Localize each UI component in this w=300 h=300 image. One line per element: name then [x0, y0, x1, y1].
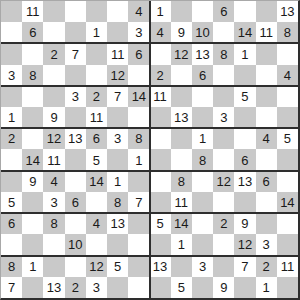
grid-cell-r13c8[interactable]: 13 [149, 256, 170, 277]
sudoku-board: 1141613613491014118271161213813812264327… [0, 0, 300, 300]
grid-cell-r10c6[interactable]: 8 [107, 192, 128, 213]
grid-cell-r13c6[interactable]: 5 [107, 256, 128, 277]
grid-cell-r11c1[interactable]: 6 [1, 213, 22, 234]
grid-cell-r10c12[interactable] [234, 192, 255, 213]
grid-cell-r10c5[interactable] [86, 192, 107, 213]
grid-cell-r4c8[interactable]: 2 [149, 65, 170, 86]
grid-cell-r2c13[interactable]: 11 [256, 22, 277, 43]
grid-cell-r14c4[interactable]: 2 [65, 277, 86, 298]
grid-cell-r2c6[interactable] [107, 22, 128, 43]
grid-cell-r12c2[interactable] [22, 234, 43, 255]
grid-cell-r1c14[interactable]: 13 [277, 1, 298, 22]
grid-cell-r14c2[interactable] [22, 277, 43, 298]
grid-cell-r2c5[interactable]: 1 [86, 22, 107, 43]
grid-cell-r7c13[interactable]: 4 [256, 128, 277, 149]
grid-cell-r12c7[interactable] [128, 234, 149, 255]
grid-cell-r7c11[interactable] [213, 128, 234, 149]
grid-cell-r2c10[interactable]: 10 [192, 22, 213, 43]
grid-cell-r8c8[interactable] [149, 149, 170, 170]
grid-cell-r11c9[interactable]: 14 [171, 213, 192, 234]
grid-cell-r2c4[interactable] [65, 22, 86, 43]
grid-cell-r10c3[interactable]: 3 [43, 192, 64, 213]
grid-cell-r6c14[interactable] [277, 107, 298, 128]
grid-cell-r6c9[interactable]: 13 [171, 107, 192, 128]
grid-cell-r12c4[interactable]: 10 [65, 234, 86, 255]
grid-cell-r6c6[interactable] [107, 107, 128, 128]
grid-cell-r14c10[interactable] [192, 277, 213, 298]
grid-cell-r14c11[interactable]: 9 [213, 277, 234, 298]
grid-cell-r6c4[interactable] [65, 107, 86, 128]
grid-cell-r10c1[interactable]: 5 [1, 192, 22, 213]
grid-cell-r6c2[interactable] [22, 107, 43, 128]
grid-cell-r3c13[interactable] [256, 43, 277, 64]
grid-cell-r6c7[interactable] [128, 107, 149, 128]
grid-cell-r5c7[interactable]: 14 [128, 86, 149, 107]
grid-cell-r3c12[interactable]: 1 [234, 43, 255, 64]
grid-cell-r4c14[interactable]: 4 [277, 65, 298, 86]
grid-cell-r3c10[interactable]: 13 [192, 43, 213, 64]
grid-cell-r8c10[interactable]: 8 [192, 149, 213, 170]
grid-cell-r1c7[interactable]: 4 [128, 1, 149, 22]
grid-cell-r4c7[interactable] [128, 65, 149, 86]
grid-cell-r5c11[interactable] [213, 86, 234, 107]
grid-cell-r6c8[interactable] [149, 107, 170, 128]
grid-cell-r4c5[interactable] [86, 65, 107, 86]
grid-cell-r5c6[interactable]: 7 [107, 86, 128, 107]
grid-cell-r9c14[interactable] [277, 171, 298, 192]
grid-cell-r12c14[interactable] [277, 234, 298, 255]
grid-cell-r9c13[interactable]: 6 [256, 171, 277, 192]
grid-cell-r9c9[interactable]: 8 [171, 171, 192, 192]
grid-cell-r4c13[interactable] [256, 65, 277, 86]
grid-cell-r5c14[interactable] [277, 86, 298, 107]
grid-cell-r5c13[interactable] [256, 86, 277, 107]
grid-cell-r9c7[interactable] [128, 171, 149, 192]
grid-cell-r1c9[interactable] [171, 1, 192, 22]
grid-cell-r11c4[interactable] [65, 213, 86, 234]
grid-cell-r4c1[interactable]: 3 [1, 65, 22, 86]
grid-cell-r2c14[interactable]: 8 [277, 22, 298, 43]
grid-cell-r6c10[interactable] [192, 107, 213, 128]
grid-cell-r8c11[interactable] [213, 149, 234, 170]
grid-cell-r10c11[interactable] [213, 192, 234, 213]
grid-cell-r11c13[interactable] [256, 213, 277, 234]
grid-cell-r5c12[interactable]: 5 [234, 86, 255, 107]
grid-cell-r13c7[interactable] [128, 256, 149, 277]
grid-cell-r11c2[interactable] [22, 213, 43, 234]
grid-cell-r3c4[interactable]: 7 [65, 43, 86, 64]
grid-cell-r14c14[interactable] [277, 277, 298, 298]
grid-cell-r3c9[interactable]: 12 [171, 43, 192, 64]
grid-cell-r5c5[interactable]: 2 [86, 86, 107, 107]
grid-cell-r7c1[interactable]: 2 [1, 128, 22, 149]
grid-cell-r12c5[interactable] [86, 234, 107, 255]
grid-cell-r7c6[interactable]: 3 [107, 128, 128, 149]
grid-cell-r11c10[interactable] [192, 213, 213, 234]
grid-cell-r13c5[interactable]: 12 [86, 256, 107, 277]
grid-cell-r7c8[interactable] [149, 128, 170, 149]
grid-cell-r1c1[interactable] [1, 1, 22, 22]
grid-cell-r6c13[interactable] [256, 107, 277, 128]
grid-cell-r13c1[interactable]: 8 [1, 256, 22, 277]
grid-cell-r7c14[interactable]: 5 [277, 128, 298, 149]
grid-cell-r3c14[interactable] [277, 43, 298, 64]
grid-cell-r7c2[interactable] [22, 128, 43, 149]
grid-cell-r2c3[interactable] [43, 22, 64, 43]
grid-cell-r2c2[interactable]: 6 [22, 22, 43, 43]
grid-cell-r9c11[interactable]: 12 [213, 171, 234, 192]
grid-cell-r2c9[interactable]: 9 [171, 22, 192, 43]
grid-cell-r9c5[interactable]: 14 [86, 171, 107, 192]
grid-cell-r5c3[interactable] [43, 86, 64, 107]
grid-cell-r4c9[interactable] [171, 65, 192, 86]
grid-cell-r9c6[interactable]: 1 [107, 171, 128, 192]
grid-cell-r1c11[interactable]: 6 [213, 1, 234, 22]
grid-cell-r8c12[interactable]: 6 [234, 149, 255, 170]
grid-cell-r8c14[interactable] [277, 149, 298, 170]
grid-cell-r14c1[interactable]: 7 [1, 277, 22, 298]
grid-cell-r14c7[interactable] [128, 277, 149, 298]
grid-cell-r2c1[interactable] [1, 22, 22, 43]
grid-cell-r13c14[interactable]: 11 [277, 256, 298, 277]
grid-cell-r4c10[interactable]: 6 [192, 65, 213, 86]
grid-cell-r12c13[interactable]: 3 [256, 234, 277, 255]
grid-cell-r2c7[interactable]: 3 [128, 22, 149, 43]
grid-cell-r14c8[interactable] [149, 277, 170, 298]
grid-cell-r3c11[interactable]: 8 [213, 43, 234, 64]
grid-cell-r7c9[interactable] [171, 128, 192, 149]
grid-cell-r3c1[interactable] [1, 43, 22, 64]
grid-cell-r6c5[interactable]: 11 [86, 107, 107, 128]
grid-cell-r8c4[interactable] [65, 149, 86, 170]
grid-cell-r10c7[interactable]: 7 [128, 192, 149, 213]
grid-cell-r3c3[interactable]: 2 [43, 43, 64, 64]
grid-cell-r9c2[interactable]: 9 [22, 171, 43, 192]
grid-cell-r4c2[interactable]: 8 [22, 65, 43, 86]
grid-cell-r12c9[interactable]: 1 [171, 234, 192, 255]
grid-cell-r10c14[interactable]: 14 [277, 192, 298, 213]
grid-cell-r4c12[interactable] [234, 65, 255, 86]
grid-cell-r3c6[interactable]: 11 [107, 43, 128, 64]
grid-cell-r10c13[interactable] [256, 192, 277, 213]
grid-cell-r14c13[interactable]: 1 [256, 277, 277, 298]
grid-cell-r9c1[interactable] [1, 171, 22, 192]
grid-cell-r3c5[interactable] [86, 43, 107, 64]
grid-cell-r5c4[interactable]: 3 [65, 86, 86, 107]
grid-cell-r12c12[interactable]: 12 [234, 234, 255, 255]
grid-cell-r1c2[interactable]: 11 [22, 1, 43, 22]
grid-cell-r2c12[interactable]: 14 [234, 22, 255, 43]
grid-cell-r14c9[interactable]: 5 [171, 277, 192, 298]
grid-cell-r9c10[interactable] [192, 171, 213, 192]
grid-cell-r6c12[interactable] [234, 107, 255, 128]
grid-cell-r8c5[interactable]: 5 [86, 149, 107, 170]
grid-cell-r13c12[interactable]: 7 [234, 256, 255, 277]
grid-cell-r9c4[interactable] [65, 171, 86, 192]
grid-cell-r10c9[interactable]: 11 [171, 192, 192, 213]
grid-cell-r9c8[interactable] [149, 171, 170, 192]
grid-cell-r11c8[interactable]: 5 [149, 213, 170, 234]
grid-cell-r12c8[interactable] [149, 234, 170, 255]
grid-cell-r1c4[interactable] [65, 1, 86, 22]
grid-cell-r8c7[interactable]: 1 [128, 149, 149, 170]
grid-cell-r12c1[interactable] [1, 234, 22, 255]
grid-cell-r12c3[interactable] [43, 234, 64, 255]
grid-cell-r14c5[interactable]: 3 [86, 277, 107, 298]
grid-cell-r1c8[interactable]: 1 [149, 1, 170, 22]
grid-cell-r12c10[interactable] [192, 234, 213, 255]
grid-cell-r10c10[interactable] [192, 192, 213, 213]
grid-cell-r11c7[interactable] [128, 213, 149, 234]
grid-cell-r10c8[interactable] [149, 192, 170, 213]
grid-cell-r1c13[interactable] [256, 1, 277, 22]
grid-cell-r2c11[interactable] [213, 22, 234, 43]
grid-cell-r8c6[interactable] [107, 149, 128, 170]
grid-cell-r1c6[interactable] [107, 1, 128, 22]
grid-cell-r4c4[interactable] [65, 65, 86, 86]
grid-cell-r2c8[interactable]: 4 [149, 22, 170, 43]
grid-cell-r5c2[interactable] [22, 86, 43, 107]
grid-cell-r5c9[interactable] [171, 86, 192, 107]
grid-cell-r1c3[interactable] [43, 1, 64, 22]
grid-cell-r11c6[interactable]: 13 [107, 213, 128, 234]
grid-cell-r1c10[interactable] [192, 1, 213, 22]
grid-cell-r10c2[interactable] [22, 192, 43, 213]
grid-cell-r13c4[interactable] [65, 256, 86, 277]
grid-cell-r3c8[interactable] [149, 43, 170, 64]
grid-cell-r13c10[interactable]: 3 [192, 256, 213, 277]
grid-cell-r11c14[interactable] [277, 213, 298, 234]
grid-cell-r1c12[interactable] [234, 1, 255, 22]
grid-cell-r12c11[interactable] [213, 234, 234, 255]
grid-cell-r8c2[interactable]: 14 [22, 149, 43, 170]
grid-cell-r12c6[interactable] [107, 234, 128, 255]
grid-cell-r7c3[interactable]: 12 [43, 128, 64, 149]
grid-cell-r10c4[interactable]: 6 [65, 192, 86, 213]
grid-cell-r8c3[interactable]: 11 [43, 149, 64, 170]
grid-cell-r7c12[interactable] [234, 128, 255, 149]
grid-cell-r14c12[interactable] [234, 277, 255, 298]
grid-cell-r5c1[interactable] [1, 86, 22, 107]
grid-cell-r14c3[interactable]: 13 [43, 277, 64, 298]
grid-cell-r7c7[interactable]: 8 [128, 128, 149, 149]
grid-cell-r6c1[interactable]: 1 [1, 107, 22, 128]
grid-cell-r13c9[interactable] [171, 256, 192, 277]
grid-cell-r11c5[interactable]: 4 [86, 213, 107, 234]
grid-cell-r9c3[interactable]: 4 [43, 171, 64, 192]
grid-cell-r5c10[interactable] [192, 86, 213, 107]
grid-cell-r8c1[interactable] [1, 149, 22, 170]
grid-cell-r5c8[interactable]: 11 [149, 86, 170, 107]
grid-cell-r3c2[interactable] [22, 43, 43, 64]
grid-cell-r6c11[interactable]: 3 [213, 107, 234, 128]
grid-cell-r9c12[interactable]: 13 [234, 171, 255, 192]
grid-cell-r13c11[interactable] [213, 256, 234, 277]
grid-cell-r4c6[interactable]: 12 [107, 65, 128, 86]
grid-cell-r13c13[interactable]: 2 [256, 256, 277, 277]
grid-cell-r13c2[interactable]: 1 [22, 256, 43, 277]
grid-cell-r7c4[interactable]: 13 [65, 128, 86, 149]
grid-cell-r14c6[interactable] [107, 277, 128, 298]
grid-cell-r4c3[interactable] [43, 65, 64, 86]
grid-cell-r6c3[interactable]: 9 [43, 107, 64, 128]
grid-cell-r7c5[interactable]: 6 [86, 128, 107, 149]
grid-cell-r7c10[interactable]: 1 [192, 128, 213, 149]
grid-cell-r8c13[interactable] [256, 149, 277, 170]
grid-cell-r13c3[interactable] [43, 256, 64, 277]
grid-cell-r4c11[interactable] [213, 65, 234, 86]
grid-cell-r3c7[interactable]: 6 [128, 43, 149, 64]
grid-cell-r8c9[interactable] [171, 149, 192, 170]
grid-cell-r11c3[interactable]: 8 [43, 213, 64, 234]
grid-cell-r1c5[interactable] [86, 1, 107, 22]
grid-cell-r11c12[interactable]: 9 [234, 213, 255, 234]
grid-cell-r11c11[interactable]: 2 [213, 213, 234, 234]
